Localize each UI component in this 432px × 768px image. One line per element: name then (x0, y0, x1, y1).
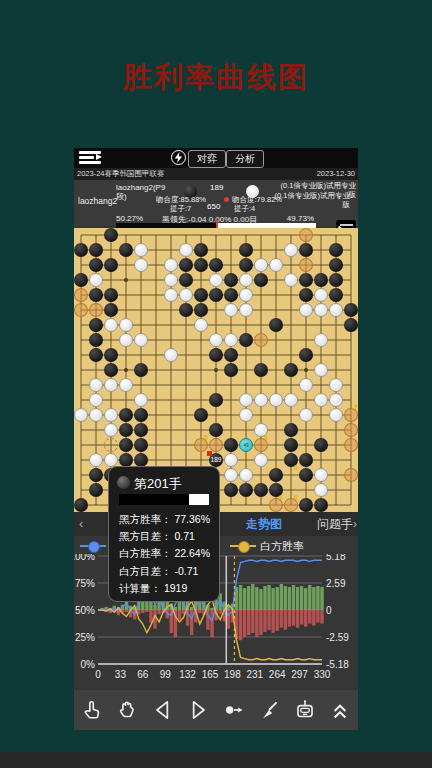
white-stone (239, 288, 253, 302)
black-stone (89, 318, 103, 332)
white-stone (239, 303, 253, 317)
white-stone (104, 453, 118, 467)
black-stone (329, 288, 343, 302)
svg-text:2.59: 2.59 (326, 578, 346, 589)
svg-text:330: 330 (314, 669, 331, 680)
white-stone (134, 333, 148, 347)
board-number-label: 3 (279, 494, 283, 501)
black-stone (314, 498, 328, 512)
svg-text:25%: 25% (75, 632, 95, 643)
white-stone (89, 453, 103, 467)
white-stone (314, 468, 328, 482)
orange-marked-stone (344, 468, 358, 482)
screenshot-root: 胜利率曲线图 对弈 分析 2023-24赛季韩国围甲联赛 2023-12-30 … (0, 0, 432, 768)
black-stone (194, 408, 208, 422)
svg-text:0%: 0% (81, 659, 96, 670)
black-stone (284, 363, 298, 377)
black-stone (209, 258, 223, 272)
white-stone (164, 258, 178, 272)
white-stone (299, 408, 313, 422)
white-stone (329, 378, 343, 392)
black-stone (89, 333, 103, 347)
black-stone (344, 303, 358, 317)
white-stone (179, 288, 193, 302)
white-stone (284, 273, 298, 287)
white-stone (104, 423, 118, 437)
white-stone (104, 408, 118, 422)
black-stone (344, 318, 358, 332)
svg-text:33: 33 (115, 669, 127, 680)
white-stone (314, 333, 328, 347)
top-bar: 对弈 分析 (74, 148, 358, 168)
white-stone (224, 468, 238, 482)
black-stone (299, 453, 313, 467)
white-stone (134, 393, 148, 407)
play-tab-button[interactable]: 对弈 (188, 150, 226, 168)
svg-text:75%: 75% (75, 578, 95, 589)
play-stone-icon[interactable] (221, 697, 247, 723)
svg-text:198: 198 (224, 669, 241, 680)
white-stone (224, 333, 238, 347)
cyan-highlight-stone: 49 (239, 438, 253, 452)
orange-marked-stone (74, 303, 88, 317)
white-captures: 提子:4 (234, 204, 255, 214)
black-stone (89, 348, 103, 362)
black-stone (209, 393, 223, 407)
svg-text:264: 264 (269, 669, 286, 680)
orange-marked-stone (299, 258, 313, 272)
white-stone (314, 288, 328, 302)
black-stone (104, 228, 118, 242)
black-stone (299, 498, 313, 512)
white-stone (119, 333, 133, 347)
black-stone (179, 303, 193, 317)
white-stone (329, 408, 343, 422)
tap-hand-icon[interactable] (79, 697, 105, 723)
black-stone (314, 273, 328, 287)
white-stone (134, 258, 148, 272)
white-stone (89, 408, 103, 422)
board-number-label: 5 (294, 464, 298, 471)
board-number-label: 6 (294, 494, 298, 501)
white-stone (299, 378, 313, 392)
orange-marked-stone (344, 438, 358, 452)
black-stone (239, 243, 253, 257)
app-screenshot: 对弈 分析 2023-24赛季韩国围甲联赛 2023-12-30 laozhan… (74, 148, 358, 730)
page-title: 胜利率曲线图 (0, 58, 432, 98)
black-stone (89, 243, 103, 257)
svg-text:297: 297 (291, 669, 308, 680)
black-stone (284, 438, 298, 452)
black-stone (224, 348, 238, 362)
black-stone (329, 273, 343, 287)
tab-problem-moves[interactable]: 问题手 (317, 512, 353, 536)
svg-text:99: 99 (160, 669, 172, 680)
black-winrate-pct: 50.27% (116, 214, 143, 223)
board-number-label: 8 (264, 434, 268, 441)
black-stone (299, 468, 313, 482)
svg-text:100%: 100% (74, 554, 95, 562)
svg-text:-2.59: -2.59 (326, 632, 349, 643)
white-winrate-pct: 49.73% (287, 214, 314, 223)
black-stone (269, 468, 283, 482)
white-stone (119, 318, 133, 332)
white-stone (239, 468, 253, 482)
white-stone (314, 483, 328, 497)
svg-text:0: 0 (326, 605, 332, 616)
black-stone (239, 333, 253, 347)
move-tooltip: 第201手 黑方胜率： 77.36%黑方目差： 0.71白方胜率： 22.64%… (108, 466, 220, 602)
tabs-back-chevron[interactable]: ‹ (79, 512, 83, 536)
black-stone (224, 273, 238, 287)
next-move-icon[interactable] (185, 697, 211, 723)
black-stone (104, 303, 118, 317)
black-stone (224, 363, 238, 377)
tooltip-row: 计算量： 1919 (119, 580, 210, 597)
move-number: 189 (210, 183, 223, 192)
black-stone (119, 438, 133, 452)
black-stone (209, 348, 223, 362)
black-stone (104, 348, 118, 362)
white-stone (329, 303, 343, 317)
black-stone (134, 408, 148, 422)
black-stone (119, 243, 133, 257)
white-stone (179, 243, 193, 257)
tooltip-winrate-bar (119, 494, 209, 505)
center-number: 650 (207, 202, 220, 211)
prev-move-icon[interactable] (150, 697, 176, 723)
black-stone (89, 288, 103, 302)
lightning-icon[interactable] (171, 150, 186, 165)
white-stone (329, 393, 343, 407)
black-stone (254, 363, 268, 377)
white-stone (269, 393, 283, 407)
black-stone (254, 483, 268, 497)
black-stone (239, 258, 253, 272)
event-row: 2023-24赛季韩国围甲联赛 2023-12-30 (74, 168, 358, 180)
tooltip-row: 白方胜率： 22.64% (119, 545, 210, 562)
black-stone (119, 423, 133, 437)
white-stone (299, 303, 313, 317)
orange-marked-stone (299, 228, 313, 242)
white-stone (89, 393, 103, 407)
black-stone (314, 438, 328, 452)
orange-marked-stone (89, 303, 103, 317)
white-stone (254, 453, 268, 467)
tooltip-rows: 黑方胜率： 77.36%黑方目差： 0.71白方胜率： 22.64%白方目差： … (119, 511, 210, 597)
white-player-name: laozhang2 (78, 196, 117, 206)
palm-hand-icon[interactable] (114, 697, 140, 723)
black-stone (179, 258, 193, 272)
white-stone (89, 273, 103, 287)
white-stone (209, 273, 223, 287)
white-stone (74, 408, 88, 422)
winrate-bar-marker (216, 220, 219, 228)
black-stone (89, 258, 103, 272)
black-stone (194, 243, 208, 257)
orange-marked-stone (74, 288, 88, 302)
black-stone (194, 258, 208, 272)
white-stone (164, 348, 178, 362)
black-captures: 提子:7 (170, 204, 191, 214)
hamburger-menu-icon[interactable] (79, 151, 103, 165)
black-stone (134, 438, 148, 452)
white-stone (314, 303, 328, 317)
black-stone (134, 363, 148, 377)
black-stone (329, 243, 343, 257)
board-number-label: 7 (354, 404, 358, 411)
white-stone (119, 378, 133, 392)
tooltip-row: 白方目差： -0.71 (119, 563, 210, 580)
analysis-tab-button[interactable]: 分析 (226, 150, 264, 168)
white-stone (239, 273, 253, 287)
black-stone (254, 273, 268, 287)
black-stone (299, 273, 313, 287)
black-stone (74, 273, 88, 287)
black-stone (134, 423, 148, 437)
white-stone (164, 288, 178, 302)
white-stone (314, 363, 328, 377)
svg-text:165: 165 (202, 669, 219, 680)
black-stone (299, 243, 313, 257)
black-stone (329, 258, 343, 272)
svg-text:5.18: 5.18 (326, 554, 346, 562)
black-stone (134, 453, 148, 467)
record-dot-icon (224, 197, 229, 202)
white-stone (89, 378, 103, 392)
white-stone (239, 393, 253, 407)
white-stone (254, 393, 268, 407)
orange-marked-stone (254, 333, 268, 347)
black-stone (194, 303, 208, 317)
clean-brush-icon[interactable] (256, 697, 282, 723)
white-stone (104, 318, 118, 332)
black-stone (239, 483, 253, 497)
bottom-toolbar (74, 690, 358, 730)
orange-marked-stone (209, 438, 223, 452)
orange-ring-marker (104, 438, 118, 452)
white-stone (284, 393, 298, 407)
black-stone (89, 468, 103, 482)
event-date: 2023-12-30 (317, 168, 355, 180)
black-stone (104, 288, 118, 302)
event-title: 2023-24赛季韩国围甲联赛 (77, 168, 165, 180)
trial-version-text-2: (0.1倍专业版)试用专业版 (268, 192, 350, 209)
svg-text:0: 0 (95, 669, 101, 680)
white-stone (254, 258, 268, 272)
white-stone (224, 303, 238, 317)
svg-text:50%: 50% (75, 605, 95, 616)
white-stone (224, 453, 238, 467)
black-stone (89, 483, 103, 497)
svg-text:231: 231 (246, 669, 263, 680)
orange-marked-stone (344, 423, 358, 437)
players-block: laozhang2 laozhang2(P9段) 189 650 吻合度:85.… (74, 180, 358, 226)
white-stone (164, 273, 178, 287)
white-stone (284, 243, 298, 257)
black-stone (224, 438, 238, 452)
tab-trend-chart[interactable]: 走势图 (246, 512, 282, 536)
black-stone (209, 423, 223, 437)
svg-text:-5.18: -5.18 (326, 659, 349, 670)
black-stone (299, 288, 313, 302)
tooltip-row: 黑方目差： 0.71 (119, 528, 210, 545)
white-stone (269, 258, 283, 272)
ai-robot-icon[interactable] (292, 697, 318, 723)
black-stone (194, 288, 208, 302)
black-stone (269, 318, 283, 332)
black-stone (119, 408, 133, 422)
black-stone (104, 258, 118, 272)
white-stone (239, 408, 253, 422)
double-up-icon[interactable] (327, 697, 353, 723)
black-stone (179, 273, 193, 287)
white-stone (314, 393, 328, 407)
black-stone (224, 483, 238, 497)
white-stone (209, 333, 223, 347)
svg-text:66: 66 (137, 669, 149, 680)
bottom-strip (0, 752, 432, 768)
black-stone (284, 423, 298, 437)
tabs-forward-chevron[interactable]: › (353, 512, 357, 536)
tooltip-title: 第201手 (134, 475, 182, 493)
board-number-label: 6 (204, 434, 208, 441)
white-stone (194, 318, 208, 332)
tooltip-row: 黑方胜率： 77.36% (119, 511, 210, 528)
black-stone (74, 498, 88, 512)
tooltip-stone-icon (117, 476, 130, 489)
black-stone (299, 348, 313, 362)
black-stone (224, 288, 238, 302)
black-stone (119, 453, 133, 467)
black-stone (209, 288, 223, 302)
svg-text:132: 132 (179, 669, 196, 680)
white-stone (134, 243, 148, 257)
white-stone (104, 378, 118, 392)
black-stone (104, 363, 118, 377)
black-stone (74, 243, 88, 257)
move-189-stone: 189 (209, 453, 223, 467)
